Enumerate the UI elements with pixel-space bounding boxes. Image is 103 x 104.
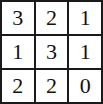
cell-r2-c2: 0 xyxy=(69,70,101,102)
cell-r1-c2: 1 xyxy=(69,36,101,68)
cell-r2-c0: 2 xyxy=(2,70,34,102)
cell-r1-c1: 3 xyxy=(36,36,68,68)
cell-r1-c0: 1 xyxy=(2,36,34,68)
number-grid-board: 3 2 1 1 3 1 2 2 0 xyxy=(0,0,103,104)
cell-r0-c0: 3 xyxy=(2,2,34,34)
cell-r0-c1: 2 xyxy=(36,2,68,34)
cell-r2-c1: 2 xyxy=(36,70,68,102)
cell-r0-c2: 1 xyxy=(69,2,101,34)
